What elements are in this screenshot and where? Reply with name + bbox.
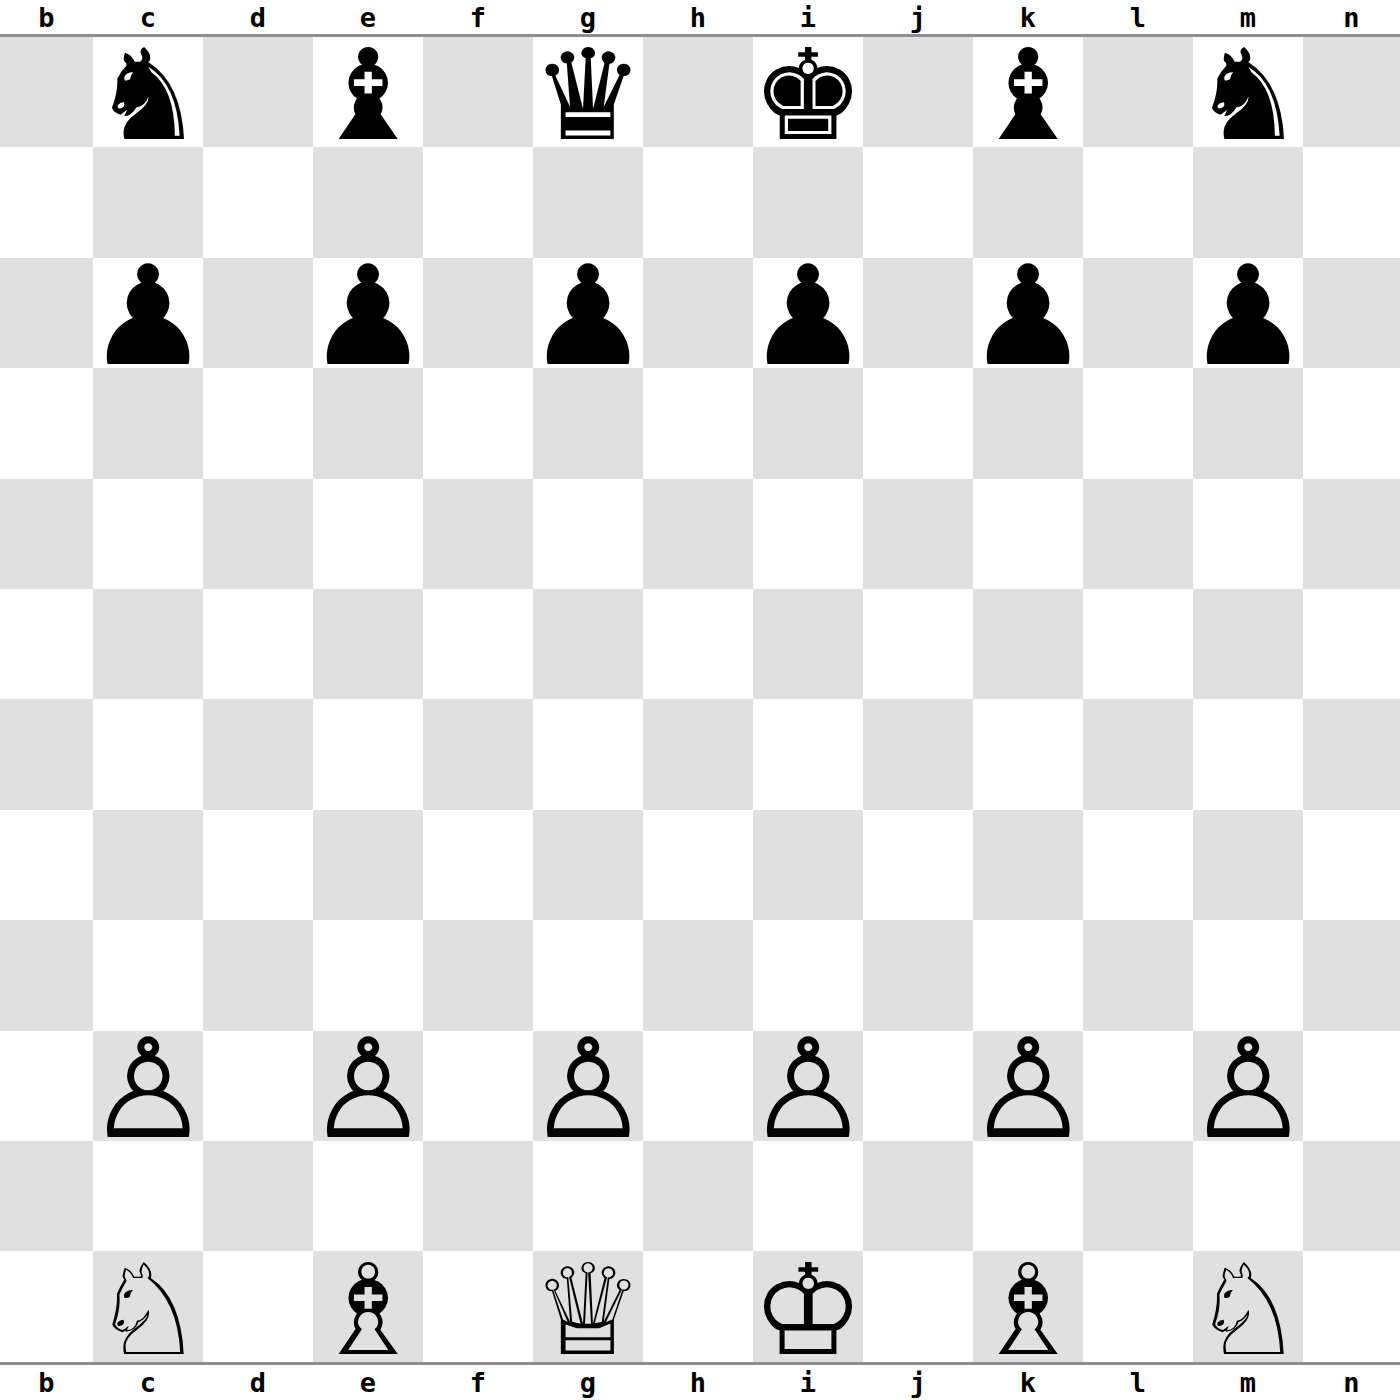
white-pawn-piece[interactable]: ♙ bbox=[966, 1021, 1090, 1159]
square-g8[interactable] bbox=[533, 479, 643, 589]
file-label-bottom-j: j bbox=[863, 1369, 973, 1396]
square-c10[interactable]: ♟ bbox=[93, 258, 203, 368]
square-k7[interactable] bbox=[973, 589, 1083, 699]
square-m12[interactable]: ♞ bbox=[1193, 37, 1303, 147]
chessboard: ♞♝♛♚♝♞♟♟♟♟♟♟♙♙♙♙♙♙♘♗♕♔♗♘ bbox=[0, 37, 1400, 1362]
square-c1[interactable]: ♘ bbox=[93, 1251, 203, 1361]
white-pawn-piece[interactable]: ♙ bbox=[746, 1021, 870, 1159]
square-h1[interactable] bbox=[643, 1251, 753, 1361]
square-b6[interactable] bbox=[0, 699, 93, 809]
file-label-top-l: l bbox=[1083, 4, 1193, 31]
file-labels-top: bcdefghijklmn bbox=[0, 0, 1400, 34]
file-label-top-j: j bbox=[863, 4, 973, 31]
square-l2[interactable] bbox=[1083, 1141, 1193, 1251]
file-label-top-f: f bbox=[423, 4, 533, 31]
black-pawn-piece[interactable]: ♟ bbox=[306, 248, 430, 386]
square-j10[interactable] bbox=[863, 258, 973, 368]
square-f3[interactable] bbox=[423, 1031, 533, 1141]
file-label-bottom-l: l bbox=[1083, 1369, 1193, 1396]
file-label-bottom-b: b bbox=[0, 1369, 93, 1396]
square-n11[interactable] bbox=[1303, 147, 1400, 257]
square-l6[interactable] bbox=[1083, 699, 1193, 809]
square-e3[interactable]: ♙ bbox=[313, 1031, 423, 1141]
square-g3[interactable]: ♙ bbox=[533, 1031, 643, 1141]
square-l3[interactable] bbox=[1083, 1031, 1193, 1141]
square-l7[interactable] bbox=[1083, 589, 1193, 699]
square-j7[interactable] bbox=[863, 589, 973, 699]
square-g7[interactable] bbox=[533, 589, 643, 699]
square-l8[interactable] bbox=[1083, 479, 1193, 589]
white-knight-piece[interactable]: ♘ bbox=[1192, 1248, 1305, 1374]
square-h9[interactable] bbox=[643, 368, 753, 478]
file-labels-bottom: bcdefghijklmn bbox=[0, 1365, 1400, 1400]
file-label-bottom-d: d bbox=[203, 1369, 313, 1396]
square-j8[interactable] bbox=[863, 479, 973, 589]
square-l5[interactable] bbox=[1083, 810, 1193, 920]
square-f7[interactable] bbox=[423, 589, 533, 699]
file-label-bottom-h: h bbox=[643, 1369, 753, 1396]
square-e6[interactable] bbox=[313, 699, 423, 809]
square-b2[interactable] bbox=[0, 1141, 93, 1251]
square-m6[interactable] bbox=[1193, 699, 1303, 809]
square-d2[interactable] bbox=[203, 1141, 313, 1251]
square-h8[interactable] bbox=[643, 479, 753, 589]
square-i7[interactable] bbox=[753, 589, 863, 699]
square-h12[interactable] bbox=[643, 37, 753, 147]
square-n10[interactable] bbox=[1303, 258, 1400, 368]
square-n5[interactable] bbox=[1303, 810, 1400, 920]
square-j1[interactable] bbox=[863, 1251, 973, 1361]
file-label-bottom-f: f bbox=[423, 1369, 533, 1396]
square-i10[interactable]: ♟ bbox=[753, 258, 863, 368]
file-label-top-b: b bbox=[0, 4, 93, 31]
square-e5[interactable] bbox=[313, 810, 423, 920]
square-n3[interactable] bbox=[1303, 1031, 1400, 1141]
square-i5[interactable] bbox=[753, 810, 863, 920]
square-j12[interactable] bbox=[863, 37, 973, 147]
file-label-top-d: d bbox=[203, 4, 313, 31]
square-n9[interactable] bbox=[1303, 368, 1400, 478]
square-b8[interactable] bbox=[0, 479, 93, 589]
black-king-piece[interactable]: ♚ bbox=[752, 33, 865, 159]
square-l1[interactable] bbox=[1083, 1251, 1193, 1361]
square-k10[interactable]: ♟ bbox=[973, 258, 1083, 368]
square-e12[interactable]: ♝ bbox=[313, 37, 423, 147]
square-h5[interactable] bbox=[643, 810, 753, 920]
square-j6[interactable] bbox=[863, 699, 973, 809]
square-n12[interactable] bbox=[1303, 37, 1400, 147]
square-h7[interactable] bbox=[643, 589, 753, 699]
square-b10[interactable] bbox=[0, 258, 93, 368]
board-page: bcdefghijklmn ♞♝♛♚♝♞♟♟♟♟♟♟♙♙♙♙♙♙♘♗♕♔♗♘ b… bbox=[0, 0, 1400, 1400]
square-i8[interactable] bbox=[753, 479, 863, 589]
square-j2[interactable] bbox=[863, 1141, 973, 1251]
square-e8[interactable] bbox=[313, 479, 423, 589]
square-g12[interactable]: ♛ bbox=[533, 37, 643, 147]
square-l4[interactable] bbox=[1083, 920, 1193, 1030]
square-h10[interactable] bbox=[643, 258, 753, 368]
black-pawn-piece[interactable]: ♟ bbox=[86, 248, 210, 386]
square-k8[interactable] bbox=[973, 479, 1083, 589]
square-b4[interactable] bbox=[0, 920, 93, 1030]
square-c5[interactable] bbox=[93, 810, 203, 920]
square-c3[interactable]: ♙ bbox=[93, 1031, 203, 1141]
square-e7[interactable] bbox=[313, 589, 423, 699]
square-k1[interactable]: ♗ bbox=[973, 1251, 1083, 1361]
square-d9[interactable] bbox=[203, 368, 313, 478]
square-n2[interactable] bbox=[1303, 1141, 1400, 1251]
square-f10[interactable] bbox=[423, 258, 533, 368]
black-bishop-piece[interactable]: ♝ bbox=[972, 33, 1085, 159]
square-i3[interactable]: ♙ bbox=[753, 1031, 863, 1141]
square-g6[interactable] bbox=[533, 699, 643, 809]
square-n6[interactable] bbox=[1303, 699, 1400, 809]
square-g1[interactable]: ♕ bbox=[533, 1251, 643, 1361]
square-f1[interactable] bbox=[423, 1251, 533, 1361]
square-f6[interactable] bbox=[423, 699, 533, 809]
square-n7[interactable] bbox=[1303, 589, 1400, 699]
square-h6[interactable] bbox=[643, 699, 753, 809]
square-m1[interactable]: ♘ bbox=[1193, 1251, 1303, 1361]
square-k5[interactable] bbox=[973, 810, 1083, 920]
square-l10[interactable] bbox=[1083, 258, 1193, 368]
white-bishop-piece[interactable]: ♗ bbox=[972, 1248, 1085, 1374]
square-i12[interactable]: ♚ bbox=[753, 37, 863, 147]
square-f11[interactable] bbox=[423, 147, 533, 257]
file-label-top-n: n bbox=[1303, 4, 1400, 31]
white-pawn-piece[interactable]: ♙ bbox=[526, 1021, 650, 1159]
square-k3[interactable]: ♙ bbox=[973, 1031, 1083, 1141]
white-pawn-piece[interactable]: ♙ bbox=[86, 1021, 210, 1159]
square-c12[interactable]: ♞ bbox=[93, 37, 203, 147]
square-k12[interactable]: ♝ bbox=[973, 37, 1083, 147]
square-d5[interactable] bbox=[203, 810, 313, 920]
square-f8[interactable] bbox=[423, 479, 533, 589]
white-knight-piece[interactable]: ♘ bbox=[92, 1248, 205, 1374]
square-j9[interactable] bbox=[863, 368, 973, 478]
square-h3[interactable] bbox=[643, 1031, 753, 1141]
square-j11[interactable] bbox=[863, 147, 973, 257]
square-m5[interactable] bbox=[1193, 810, 1303, 920]
square-k6[interactable] bbox=[973, 699, 1083, 809]
square-d6[interactable] bbox=[203, 699, 313, 809]
square-b12[interactable] bbox=[0, 37, 93, 147]
square-f4[interactable] bbox=[423, 920, 533, 1030]
square-n1[interactable] bbox=[1303, 1251, 1400, 1361]
square-m7[interactable] bbox=[1193, 589, 1303, 699]
square-m8[interactable] bbox=[1193, 479, 1303, 589]
black-queen-piece[interactable]: ♛ bbox=[532, 33, 645, 159]
square-b11[interactable] bbox=[0, 147, 93, 257]
square-h4[interactable] bbox=[643, 920, 753, 1030]
square-f9[interactable] bbox=[423, 368, 533, 478]
square-f5[interactable] bbox=[423, 810, 533, 920]
square-d12[interactable] bbox=[203, 37, 313, 147]
square-f12[interactable] bbox=[423, 37, 533, 147]
square-e10[interactable]: ♟ bbox=[313, 258, 423, 368]
square-i6[interactable] bbox=[753, 699, 863, 809]
black-pawn-piece[interactable]: ♟ bbox=[746, 248, 870, 386]
square-h2[interactable] bbox=[643, 1141, 753, 1251]
black-knight-piece[interactable]: ♞ bbox=[1192, 33, 1305, 159]
square-d11[interactable] bbox=[203, 147, 313, 257]
square-n4[interactable] bbox=[1303, 920, 1400, 1030]
square-b3[interactable] bbox=[0, 1031, 93, 1141]
square-d7[interactable] bbox=[203, 589, 313, 699]
square-d3[interactable] bbox=[203, 1031, 313, 1141]
square-j4[interactable] bbox=[863, 920, 973, 1030]
square-e1[interactable]: ♗ bbox=[313, 1251, 423, 1361]
square-m10[interactable]: ♟ bbox=[1193, 258, 1303, 368]
square-g5[interactable] bbox=[533, 810, 643, 920]
square-d4[interactable] bbox=[203, 920, 313, 1030]
square-m3[interactable]: ♙ bbox=[1193, 1031, 1303, 1141]
black-pawn-piece[interactable]: ♟ bbox=[1186, 248, 1310, 386]
square-d8[interactable] bbox=[203, 479, 313, 589]
white-king-piece[interactable]: ♔ bbox=[752, 1248, 865, 1374]
square-d1[interactable] bbox=[203, 1251, 313, 1361]
square-d10[interactable] bbox=[203, 258, 313, 368]
black-knight-piece[interactable]: ♞ bbox=[92, 33, 205, 159]
square-c7[interactable] bbox=[93, 589, 203, 699]
square-b5[interactable] bbox=[0, 810, 93, 920]
square-b9[interactable] bbox=[0, 368, 93, 478]
square-f2[interactable] bbox=[423, 1141, 533, 1251]
square-i1[interactable]: ♔ bbox=[753, 1251, 863, 1361]
black-bishop-piece[interactable]: ♝ bbox=[312, 33, 425, 159]
white-queen-piece[interactable]: ♕ bbox=[532, 1248, 645, 1374]
square-c6[interactable] bbox=[93, 699, 203, 809]
square-l11[interactable] bbox=[1083, 147, 1193, 257]
white-bishop-piece[interactable]: ♗ bbox=[312, 1248, 425, 1374]
black-pawn-piece[interactable]: ♟ bbox=[526, 248, 650, 386]
white-pawn-piece[interactable]: ♙ bbox=[1186, 1021, 1310, 1159]
square-g10[interactable]: ♟ bbox=[533, 258, 643, 368]
square-b7[interactable] bbox=[0, 589, 93, 699]
file-label-bottom-n: n bbox=[1303, 1369, 1400, 1396]
white-pawn-piece[interactable]: ♙ bbox=[306, 1021, 430, 1159]
square-c8[interactable] bbox=[93, 479, 203, 589]
square-j5[interactable] bbox=[863, 810, 973, 920]
square-j3[interactable] bbox=[863, 1031, 973, 1141]
file-label-top-h: h bbox=[643, 4, 753, 31]
square-b1[interactable] bbox=[0, 1251, 93, 1361]
black-pawn-piece[interactable]: ♟ bbox=[966, 248, 1090, 386]
square-n8[interactable] bbox=[1303, 479, 1400, 589]
square-l9[interactable] bbox=[1083, 368, 1193, 478]
square-h11[interactable] bbox=[643, 147, 753, 257]
square-l12[interactable] bbox=[1083, 37, 1193, 147]
